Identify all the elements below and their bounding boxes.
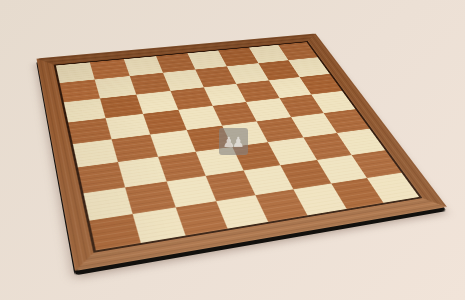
square-b6 bbox=[100, 94, 142, 118]
square-c5 bbox=[142, 110, 186, 135]
watermark-logo: ♟♟ bbox=[219, 128, 248, 155]
watermark-pawns-icon: ♟♟ bbox=[225, 134, 241, 150]
square-b8 bbox=[90, 59, 129, 79]
square-a1 bbox=[89, 214, 141, 251]
photo-scene: ♟♟ bbox=[0, 0, 465, 300]
square-a7 bbox=[60, 80, 101, 102]
